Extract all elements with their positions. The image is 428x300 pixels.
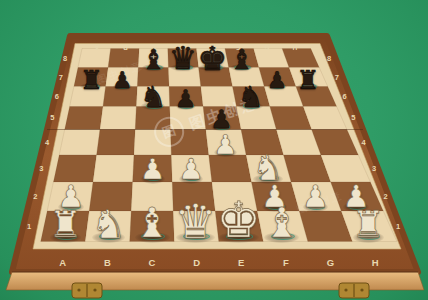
piece-white-bishop[interactable]: ♝: [261, 203, 302, 244]
file-label-bottom-F: F: [283, 257, 289, 268]
piece-white-queen[interactable]: ♛: [172, 198, 219, 245]
file-label-bottom-D: D: [193, 257, 200, 268]
rank-label-left-7: 7: [59, 73, 63, 82]
piece-black-queen[interactable]: ♛: [167, 43, 199, 75]
square-a3[interactable]: [53, 155, 96, 182]
file-label-top-A: A: [94, 44, 99, 51]
file-label-bottom-E: E: [238, 257, 244, 268]
rank-label-left-1: 1: [27, 222, 31, 231]
rank-label-left-8: 8: [63, 54, 67, 63]
piece-white-pawn[interactable]: ♟: [138, 155, 167, 184]
rank-label-right-5: 5: [351, 113, 355, 122]
piece-black-pawn[interactable]: ♟: [266, 69, 289, 92]
piece-black-pawn[interactable]: ♟: [174, 87, 198, 111]
rank-label-right-3: 3: [372, 164, 376, 173]
rank-label-right-7: 7: [335, 73, 339, 82]
square-b5[interactable]: [100, 107, 136, 130]
piece-white-knight[interactable]: ♞: [89, 205, 129, 245]
rank-label-left-5: 5: [50, 113, 54, 122]
piece-black-rook[interactable]: ♜: [295, 67, 321, 93]
piece-black-knight[interactable]: ♞: [138, 83, 167, 112]
piece-black-bishop[interactable]: ♝: [140, 46, 168, 74]
rank-label-left-2: 2: [33, 192, 37, 201]
rank-label-right-2: 2: [384, 192, 388, 201]
file-label-top-H: H: [292, 44, 297, 51]
rank-label-right-6: 6: [343, 92, 347, 101]
piece-white-rook[interactable]: ♜: [350, 207, 387, 244]
piece-white-rook[interactable]: ♜: [47, 207, 84, 244]
rank-label-left-3: 3: [39, 164, 43, 173]
square-c4[interactable]: [134, 130, 171, 156]
piece-black-king[interactable]: ♚: [196, 42, 229, 75]
file-label-bottom-G: G: [327, 257, 334, 268]
file-label-bottom-C: C: [149, 257, 156, 268]
piece-white-pawn[interactable]: ♟: [300, 182, 330, 212]
piece-white-pawn[interactable]: ♟: [212, 131, 239, 158]
file-label-top-B: B: [123, 44, 128, 51]
piece-black-bishop[interactable]: ♝: [228, 46, 256, 74]
photo-scene: ABCDEFGHABCDEFGH1234567812345678 ♝♛♚♝♜♟♟…: [0, 0, 428, 300]
file-label-bottom-B: B: [104, 257, 111, 268]
square-b3[interactable]: [93, 155, 134, 182]
file-label-top-G: G: [264, 44, 269, 51]
rank-label-right-1: 1: [396, 222, 400, 231]
piece-white-king[interactable]: ♚: [214, 196, 264, 246]
square-d4[interactable]: [171, 130, 209, 156]
square-a5[interactable]: [65, 107, 103, 130]
piece-white-pawn[interactable]: ♟: [177, 155, 206, 184]
rank-label-right-8: 8: [327, 54, 331, 63]
piece-black-rook[interactable]: ♜: [78, 67, 104, 93]
piece-black-pawn[interactable]: ♟: [111, 69, 134, 92]
file-label-bottom-A: A: [59, 257, 66, 268]
square-b4[interactable]: [97, 130, 136, 156]
file-label-bottom-H: H: [372, 257, 379, 268]
piece-white-bishop[interactable]: ♝: [131, 203, 172, 244]
piece-black-knight[interactable]: ♞: [236, 83, 265, 112]
rank-label-left-6: 6: [55, 92, 59, 101]
square-a4[interactable]: [59, 130, 100, 156]
